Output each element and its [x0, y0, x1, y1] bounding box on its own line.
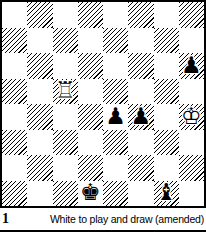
square-g8 — [154, 2, 179, 28]
square-f6 — [128, 53, 153, 79]
square-f5 — [128, 79, 153, 105]
square-e7 — [103, 28, 128, 54]
square-d2 — [78, 155, 103, 181]
square-d5 — [78, 79, 103, 105]
square-a5 — [2, 79, 27, 105]
piece-white-king: ♚♔ — [179, 104, 204, 130]
square-c6 — [53, 53, 78, 79]
square-h4: ♚♔ — [179, 104, 204, 130]
square-b1 — [27, 181, 52, 207]
piece-black-king: ♚♚ — [78, 181, 103, 207]
square-h2 — [179, 155, 204, 181]
square-g5 — [154, 79, 179, 105]
piece-black-pawn: ♟♟ — [103, 104, 128, 130]
piece-glyph: ♝ — [154, 181, 179, 204]
caption-bar: 1 White to play and draw (amended) — [0, 208, 206, 232]
square-e3 — [103, 130, 128, 156]
square-b6 — [27, 53, 52, 79]
square-g7 — [154, 28, 179, 54]
square-a7 — [2, 28, 27, 54]
square-d7 — [78, 28, 103, 54]
square-h3 — [179, 130, 204, 156]
square-f1 — [128, 181, 153, 207]
square-d3 — [78, 130, 103, 156]
square-e2 — [103, 155, 128, 181]
piece-glyph: ♖ — [53, 79, 78, 102]
square-f2 — [128, 155, 153, 181]
square-e8 — [103, 2, 128, 28]
piece-white-rook: ♜♖ — [53, 79, 78, 105]
square-d4 — [78, 104, 103, 130]
square-d1: ♚♚ — [78, 181, 103, 207]
square-b8 — [27, 2, 52, 28]
square-a8 — [2, 2, 27, 28]
square-c4 — [53, 104, 78, 130]
square-b3 — [27, 130, 52, 156]
square-f4: ♟♟ — [128, 104, 153, 130]
piece-black-pawn: ♟♟ — [179, 53, 204, 79]
square-g4 — [154, 104, 179, 130]
square-c5: ♜♖ — [53, 79, 78, 105]
square-a3 — [2, 130, 27, 156]
square-e1 — [103, 181, 128, 207]
square-g2 — [154, 155, 179, 181]
piece-glyph: ♟ — [103, 105, 128, 128]
square-e5 — [103, 79, 128, 105]
square-e4: ♟♟ — [103, 104, 128, 130]
square-c1 — [53, 181, 78, 207]
square-d6 — [78, 53, 103, 79]
square-h8 — [179, 2, 204, 28]
square-a1 — [2, 181, 27, 207]
square-b7 — [27, 28, 52, 54]
piece-black-bishop: ♝♝ — [154, 181, 179, 207]
diagram-number: 1 — [2, 211, 9, 227]
square-h5 — [179, 79, 204, 105]
square-a2 — [2, 155, 27, 181]
square-d8 — [78, 2, 103, 28]
square-g3 — [154, 130, 179, 156]
square-g6 — [154, 53, 179, 79]
square-h7 — [179, 28, 204, 54]
square-e6 — [103, 53, 128, 79]
square-b5 — [27, 79, 52, 105]
piece-glyph: ♚ — [78, 181, 103, 204]
square-b4 — [27, 104, 52, 130]
square-c3 — [53, 130, 78, 156]
square-h1 — [179, 181, 204, 207]
square-a6 — [2, 53, 27, 79]
square-c7 — [53, 28, 78, 54]
square-g1: ♝♝ — [154, 181, 179, 207]
square-f7 — [128, 28, 153, 54]
piece-black-pawn: ♟♟ — [128, 104, 153, 130]
square-c2 — [53, 155, 78, 181]
square-f8 — [128, 2, 153, 28]
square-b2 — [27, 155, 52, 181]
square-h6: ♟♟ — [179, 53, 204, 79]
chess-diagram: ♟♟♜♖♟♟♟♟♚♔♚♚♝♝ 1 White to play and draw … — [0, 0, 206, 232]
square-f3 — [128, 130, 153, 156]
caption-text: White to play and draw (amended) — [50, 213, 204, 225]
piece-glyph: ♟ — [128, 105, 153, 128]
chess-board: ♟♟♜♖♟♟♟♟♚♔♚♚♝♝ — [0, 0, 206, 208]
square-a4 — [2, 104, 27, 130]
piece-glyph: ♔ — [179, 105, 204, 128]
piece-glyph: ♟ — [179, 54, 204, 77]
square-c8 — [53, 2, 78, 28]
